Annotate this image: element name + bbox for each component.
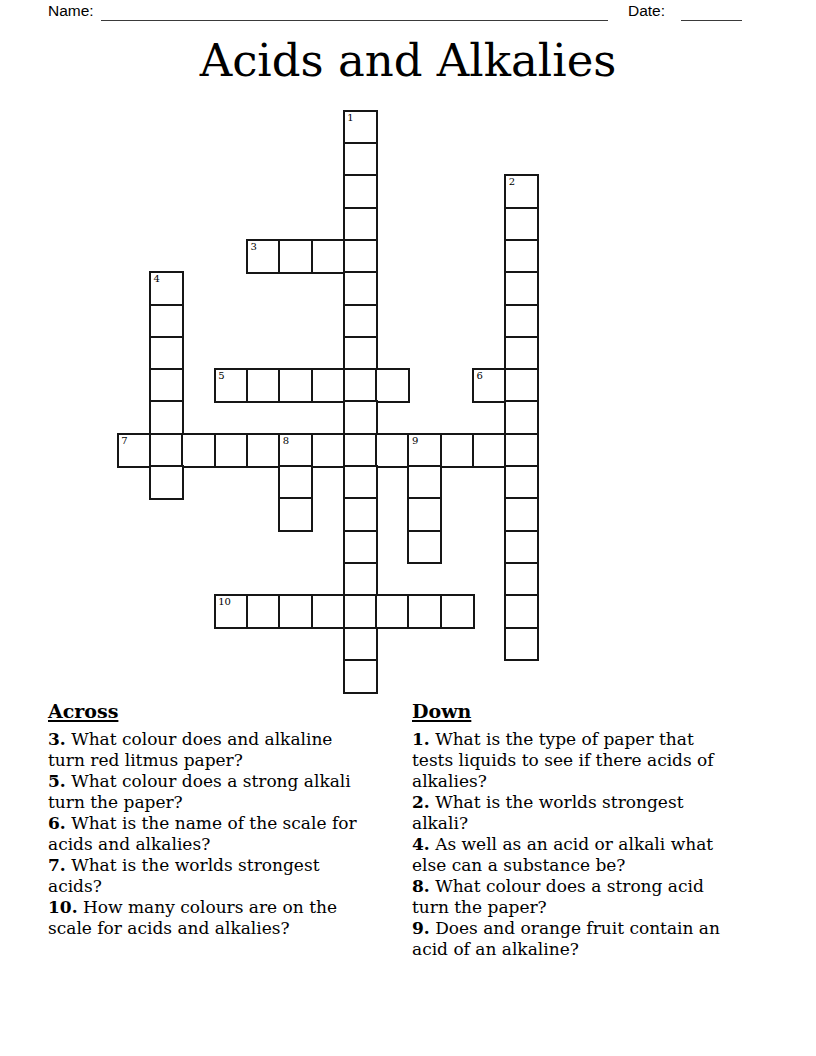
clue-item: 9. Does and orange fruit contain anacid … xyxy=(412,918,744,960)
name-label: Name: xyxy=(48,2,94,20)
clue-number: 10. xyxy=(48,897,78,917)
worksheet-page: Name: Date: Acids and Alkalies 123456789… xyxy=(0,0,816,1056)
cell-number: 1 xyxy=(347,113,353,123)
grid-cell[interactable] xyxy=(278,368,313,403)
grid-cell[interactable] xyxy=(278,594,313,629)
grid-cell[interactable] xyxy=(407,465,442,500)
grid-cell[interactable] xyxy=(504,433,539,468)
cell-number: 6 xyxy=(477,371,483,381)
grid-cell[interactable] xyxy=(343,497,378,532)
clue-item: 5. What colour does a strong alkaliturn … xyxy=(48,771,380,813)
grid-cell[interactable] xyxy=(440,594,475,629)
clue-line: scale for acids and alkalies? xyxy=(48,918,380,939)
clue-item: 6. What is the name of the scale foracid… xyxy=(48,813,380,855)
grid-cell[interactable] xyxy=(149,368,184,403)
down-heading: Down xyxy=(412,700,744,722)
grid-cell[interactable]: 2 xyxy=(504,174,539,209)
across-clues-section: Across 3. What colour does and alkalinet… xyxy=(48,700,380,939)
clue-line: 8. What colour does a strong acid xyxy=(412,876,744,897)
clue-item: 3. What colour does and alkalineturn red… xyxy=(48,729,380,771)
clue-number: 9. xyxy=(412,918,430,938)
down-clues-list: 1. What is the type of paper thattests l… xyxy=(412,729,744,960)
clue-line: turn the paper? xyxy=(412,897,744,918)
grid-cell[interactable] xyxy=(149,336,184,371)
grid-cell[interactable] xyxy=(375,594,410,629)
clue-line: acids? xyxy=(48,876,380,897)
grid-cell[interactable]: 6 xyxy=(472,368,507,403)
grid-cell[interactable]: 8 xyxy=(278,433,313,468)
crossword-grid: 12345678910 xyxy=(118,111,538,693)
date-write-line[interactable] xyxy=(681,20,742,21)
clue-item: 2. What is the worlds strongestalkali? xyxy=(412,792,744,834)
cell-number: 10 xyxy=(218,597,231,607)
cell-number: 7 xyxy=(121,436,127,446)
grid-cell[interactable] xyxy=(375,368,410,403)
clue-number: 6. xyxy=(48,813,66,833)
grid-cell[interactable] xyxy=(311,368,346,403)
grid-cell[interactable] xyxy=(311,433,346,468)
cell-number: 4 xyxy=(154,274,160,284)
name-write-line[interactable] xyxy=(101,20,608,21)
clue-item: 7. What is the worlds strongestacids? xyxy=(48,855,380,897)
grid-cell[interactable] xyxy=(343,304,378,339)
grid-cell[interactable] xyxy=(343,207,378,242)
cell-number: 8 xyxy=(283,436,289,446)
grid-cell[interactable] xyxy=(504,239,539,274)
clue-line: acid of an alkaline? xyxy=(412,939,744,960)
grid-cell[interactable] xyxy=(343,174,378,209)
cell-number: 9 xyxy=(412,436,418,446)
grid-cell[interactable] xyxy=(214,433,249,468)
page-title: Acids and Alkalies xyxy=(0,33,816,89)
grid-cell[interactable] xyxy=(504,207,539,242)
grid-cell[interactable] xyxy=(343,433,378,468)
grid-cell[interactable]: 5 xyxy=(214,368,249,403)
grid-cell[interactable]: 7 xyxy=(117,433,152,468)
grid-cell[interactable] xyxy=(149,433,184,468)
clue-line: alkali? xyxy=(412,813,744,834)
grid-cell[interactable] xyxy=(149,465,184,500)
grid-cell[interactable] xyxy=(343,659,378,694)
grid-cell[interactable] xyxy=(407,594,442,629)
grid-cell[interactable] xyxy=(440,433,475,468)
grid-cell[interactable] xyxy=(343,400,378,435)
grid-cell[interactable] xyxy=(375,433,410,468)
grid-cell[interactable]: 3 xyxy=(246,239,281,274)
clue-number: 7. xyxy=(48,855,66,875)
grid-cell[interactable] xyxy=(181,433,216,468)
grid-cell[interactable] xyxy=(407,497,442,532)
grid-cell[interactable] xyxy=(504,530,539,565)
clue-line: 5. What colour does a strong alkali xyxy=(48,771,380,792)
clue-item: 8. What colour does a strong acidturn th… xyxy=(412,876,744,918)
grid-cell[interactable] xyxy=(504,594,539,629)
clue-item: 10. How many colours are on thescale for… xyxy=(48,897,380,939)
grid-cell[interactable] xyxy=(504,368,539,403)
clue-line: turn red litmus paper? xyxy=(48,750,380,771)
clue-number: 4. xyxy=(412,834,430,854)
clue-line: 7. What is the worlds strongest xyxy=(48,855,380,876)
grid-cell[interactable] xyxy=(311,239,346,274)
grid-cell[interactable] xyxy=(343,627,378,662)
clue-item: 1. What is the type of paper thattests l… xyxy=(412,729,744,792)
grid-cell[interactable] xyxy=(504,271,539,306)
grid-cell[interactable] xyxy=(246,368,281,403)
grid-cell[interactable] xyxy=(407,530,442,565)
clue-line: acids and alkalies? xyxy=(48,834,380,855)
grid-cell[interactable] xyxy=(343,271,378,306)
clue-line: turn the paper? xyxy=(48,792,380,813)
clue-number: 8. xyxy=(412,876,430,896)
grid-cell[interactable] xyxy=(149,304,184,339)
date-label: Date: xyxy=(628,2,665,20)
grid-cell[interactable] xyxy=(343,336,378,371)
cell-number: 3 xyxy=(250,242,256,252)
down-clues-section: Down 1. What is the type of paper thatte… xyxy=(412,700,744,960)
grid-cell[interactable] xyxy=(343,239,378,274)
clue-number: 5. xyxy=(48,771,66,791)
grid-cell[interactable] xyxy=(504,304,539,339)
grid-cell[interactable] xyxy=(278,497,313,532)
grid-cell[interactable] xyxy=(278,239,313,274)
cell-number: 2 xyxy=(509,177,515,187)
clue-item: 4. As well as an acid or alkali whatelse… xyxy=(412,834,744,876)
clue-line: 9. Does and orange fruit contain an xyxy=(412,918,744,939)
grid-cell[interactable] xyxy=(246,433,281,468)
grid-cell[interactable] xyxy=(343,368,378,403)
clue-line: 6. What is the name of the scale for xyxy=(48,813,380,834)
cell-number: 5 xyxy=(218,371,224,381)
grid-cell[interactable] xyxy=(504,465,539,500)
grid-cell[interactable] xyxy=(246,594,281,629)
grid-cell[interactable] xyxy=(149,400,184,435)
clue-number: 2. xyxy=(412,792,430,812)
clue-number: 1. xyxy=(412,729,430,749)
grid-cell[interactable] xyxy=(343,142,378,177)
across-clues-list: 3. What colour does and alkalineturn red… xyxy=(48,729,380,939)
grid-cell[interactable] xyxy=(504,336,539,371)
grid-cell[interactable]: 9 xyxy=(407,433,442,468)
clue-number: 3. xyxy=(48,729,66,749)
grid-cell[interactable] xyxy=(278,465,313,500)
grid-cell[interactable] xyxy=(504,627,539,662)
grid-cell[interactable]: 10 xyxy=(214,594,249,629)
clue-line: else can a substance be? xyxy=(412,855,744,876)
clue-line: 2. What is the worlds strongest xyxy=(412,792,744,813)
clue-line: alkalies? xyxy=(412,771,744,792)
grid-cell[interactable]: 4 xyxy=(149,271,184,306)
grid-cell[interactable] xyxy=(343,465,378,500)
grid-cell[interactable]: 1 xyxy=(343,110,378,145)
grid-cell[interactable] xyxy=(343,530,378,565)
clue-line: tests liquids to see if there acids of xyxy=(412,750,744,771)
across-heading: Across xyxy=(48,700,380,722)
grid-cell[interactable] xyxy=(504,400,539,435)
clue-line: 1. What is the type of paper that xyxy=(412,729,744,750)
grid-cell[interactable] xyxy=(343,594,378,629)
grid-cell[interactable] xyxy=(504,562,539,597)
grid-cell[interactable] xyxy=(311,594,346,629)
grid-cell[interactable] xyxy=(472,433,507,468)
grid-cell[interactable] xyxy=(343,562,378,597)
grid-cell[interactable] xyxy=(504,497,539,532)
clue-line: 10. How many colours are on the xyxy=(48,897,380,918)
clue-line: 4. As well as an acid or alkali what xyxy=(412,834,744,855)
clue-line: 3. What colour does and alkaline xyxy=(48,729,380,750)
